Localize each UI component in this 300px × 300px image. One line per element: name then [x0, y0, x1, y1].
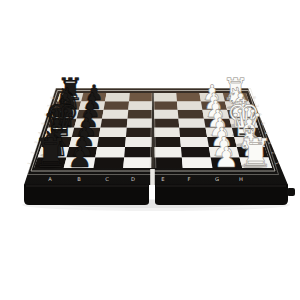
square-f4	[179, 128, 207, 138]
square-d3	[125, 137, 153, 147]
square-c4	[99, 128, 127, 138]
square-c3	[97, 137, 126, 147]
square-f1	[182, 157, 213, 168]
piece-black-rook-a1: ♜	[33, 130, 69, 176]
square-e2	[153, 147, 182, 157]
square-f6	[178, 110, 204, 119]
square-d1	[123, 157, 153, 168]
square-d2	[124, 147, 153, 157]
piece-white-rook-h1: ♜	[238, 130, 274, 176]
file-label-G: G	[215, 176, 219, 182]
file-label-A: A	[48, 176, 52, 182]
square-d6	[128, 110, 153, 119]
square-d8	[129, 93, 153, 101]
square-c1	[94, 157, 125, 168]
square-c2	[95, 147, 125, 157]
square-f8	[176, 93, 201, 101]
chess-scene: ABCDEFGH1122334455667788 ♜♟♟♜♞♟♟♞♝♟♟♝♚♟♟…	[0, 0, 300, 300]
square-e5	[153, 118, 179, 127]
square-e3	[153, 137, 181, 147]
chess-set-product-photo: ABCDEFGH1122334455667788 ♜♟♟♜♞♟♟♞♝♟♟♝♚♟♟…	[0, 0, 300, 300]
piece-white-pawn-g1: ♟	[214, 141, 239, 174]
front-face-left-half	[24, 185, 149, 206]
file-label-F: F	[188, 176, 191, 182]
file-label-B: B	[77, 176, 81, 182]
square-c8	[105, 93, 130, 101]
square-e1	[153, 157, 183, 168]
square-e7	[153, 101, 178, 109]
square-f2	[181, 147, 211, 157]
square-e4	[153, 128, 180, 138]
side-clasp	[287, 188, 295, 196]
square-e6	[153, 110, 178, 119]
square-c5	[101, 118, 128, 127]
file-label-D: D	[131, 176, 135, 182]
piece-black-pawn-b1: ♟	[67, 141, 92, 174]
rank-label-left-1: 1	[26, 161, 32, 165]
square-d5	[127, 118, 153, 127]
square-e8	[153, 93, 177, 101]
square-d7	[128, 101, 153, 109]
square-d4	[126, 128, 153, 138]
hinge-gap	[150, 169, 155, 185]
file-label-E: E	[161, 176, 164, 182]
square-c7	[104, 101, 129, 109]
file-label-C: C	[105, 176, 109, 182]
square-f5	[178, 118, 205, 127]
square-f3	[180, 137, 209, 147]
square-c6	[102, 110, 128, 119]
front-face-right-half	[155, 185, 288, 206]
file-label-H: H	[239, 176, 243, 182]
square-f7	[177, 101, 202, 109]
